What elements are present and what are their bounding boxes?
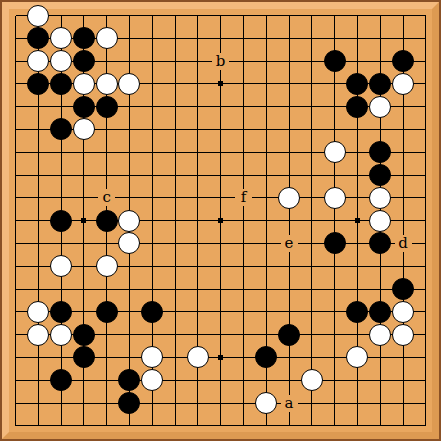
- white-stone: [50, 324, 72, 346]
- white-stone: [27, 301, 49, 323]
- white-stone: [27, 50, 49, 72]
- white-stone: [392, 324, 414, 346]
- point-label-f[interactable]: f: [235, 189, 252, 206]
- black-stone: [369, 301, 391, 323]
- point-label-b[interactable]: b: [212, 53, 229, 70]
- white-stone: [118, 210, 140, 232]
- point-label-c[interactable]: c: [98, 189, 115, 206]
- black-stone: [96, 301, 118, 323]
- white-stone: [187, 346, 209, 368]
- goban-frame: abcdef: [0, 0, 441, 441]
- white-stone: [118, 232, 140, 254]
- black-stone: [369, 141, 391, 163]
- white-stone: [301, 369, 323, 391]
- white-stone: [50, 255, 72, 277]
- white-stone: [324, 187, 346, 209]
- white-stone: [73, 118, 95, 140]
- board-grid: abcdef: [4, 4, 437, 437]
- black-stone: [346, 73, 368, 95]
- black-stone: [346, 301, 368, 323]
- black-stone: [96, 210, 118, 232]
- black-stone: [50, 73, 72, 95]
- black-stone: [392, 278, 414, 300]
- black-stone: [50, 118, 72, 140]
- black-stone: [369, 73, 391, 95]
- white-stone: [369, 324, 391, 346]
- black-stone: [96, 96, 118, 118]
- black-stone: [73, 27, 95, 49]
- point-label-e[interactable]: e: [281, 235, 298, 252]
- black-stone: [50, 369, 72, 391]
- black-stone: [73, 50, 95, 72]
- white-stone: [324, 141, 346, 163]
- black-stone: [50, 301, 72, 323]
- white-stone: [27, 5, 49, 27]
- white-stone: [369, 210, 391, 232]
- white-stone: [50, 50, 72, 72]
- black-stone: [50, 210, 72, 232]
- black-stone: [324, 50, 346, 72]
- white-stone: [369, 96, 391, 118]
- black-stone: [255, 346, 277, 368]
- white-stone: [392, 301, 414, 323]
- white-stone: [255, 392, 277, 414]
- goban[interactable]: abcdef: [9, 9, 432, 432]
- white-stone: [369, 187, 391, 209]
- white-stone: [346, 346, 368, 368]
- black-stone: [346, 96, 368, 118]
- black-stone: [27, 73, 49, 95]
- black-stone: [324, 232, 346, 254]
- black-stone: [392, 50, 414, 72]
- black-stone: [73, 346, 95, 368]
- point-label-a[interactable]: a: [281, 395, 298, 412]
- black-stone: [27, 27, 49, 49]
- black-stone: [73, 324, 95, 346]
- black-stone: [118, 392, 140, 414]
- black-stone: [369, 164, 391, 186]
- goban-border: abcdef: [2, 2, 439, 439]
- white-stone: [141, 369, 163, 391]
- white-stone: [118, 73, 140, 95]
- white-stone: [96, 255, 118, 277]
- point-label-d[interactable]: d: [395, 235, 412, 252]
- black-stone: [278, 324, 300, 346]
- white-stone: [73, 73, 95, 95]
- black-stone: [73, 96, 95, 118]
- white-stone: [278, 187, 300, 209]
- white-stone: [96, 73, 118, 95]
- white-stone: [27, 324, 49, 346]
- black-stone: [369, 232, 391, 254]
- white-stone: [392, 73, 414, 95]
- black-stone: [141, 301, 163, 323]
- white-stone: [141, 346, 163, 368]
- white-stone: [96, 27, 118, 49]
- white-stone: [50, 27, 72, 49]
- black-stone: [118, 369, 140, 391]
